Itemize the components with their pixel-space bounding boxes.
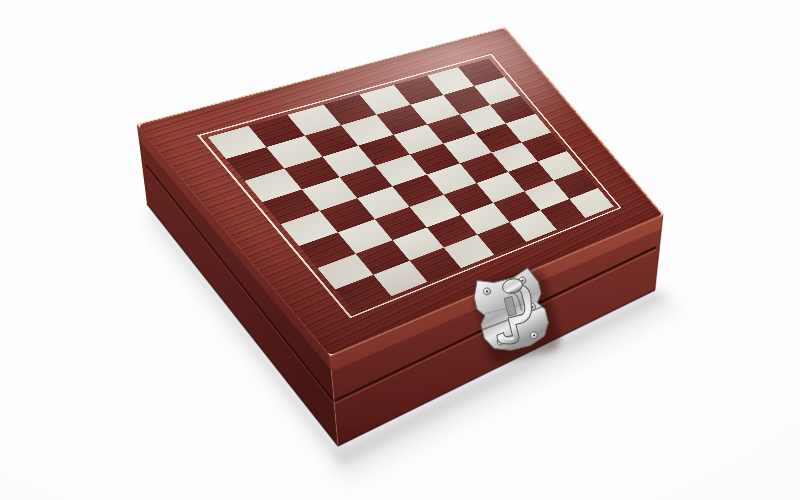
latch-seam-line [480,306,546,330]
chess-box-lid [137,28,663,356]
chess-box-photo [0,0,800,500]
lid-glare [137,28,663,356]
